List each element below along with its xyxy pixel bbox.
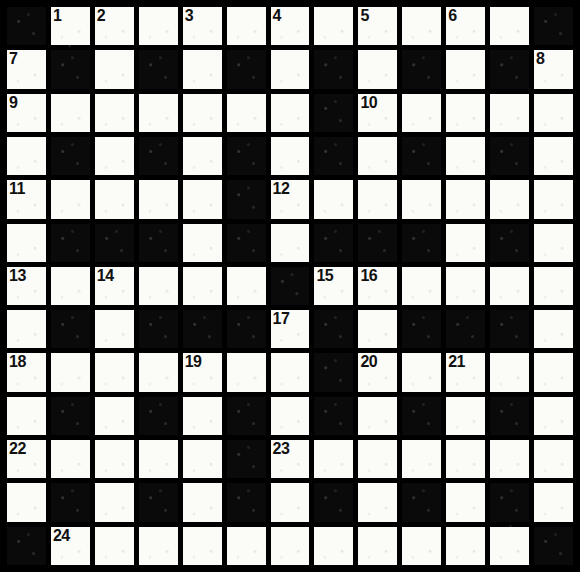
- clue-number-19: 19: [185, 353, 202, 371]
- black-cell-r2c7: [314, 94, 353, 132]
- white-cell-r6c0[interactable]: 13: [7, 267, 46, 305]
- white-cell-r9c4[interactable]: [183, 397, 222, 435]
- white-cell-r6c10[interactable]: [446, 267, 485, 305]
- clue-number-7: 7: [9, 50, 17, 68]
- black-cell-r5c11: [490, 224, 529, 262]
- black-cell-r9c5: [227, 397, 266, 435]
- clue-number-8: 8: [536, 50, 544, 68]
- white-cell-r6c5[interactable]: [227, 267, 266, 305]
- white-cell-r8c4[interactable]: 19: [183, 353, 222, 391]
- clue-number-17: 17: [273, 310, 290, 328]
- white-cell-r3c0[interactable]: [7, 137, 46, 175]
- clue-number-9: 9: [9, 94, 17, 112]
- white-cell-r1c4[interactable]: [183, 50, 222, 88]
- white-cell-r8c12[interactable]: [534, 353, 573, 391]
- crossword-board: 123456789101112131415161718192021222324: [0, 0, 580, 572]
- white-cell-r5c12[interactable]: [534, 224, 573, 262]
- clue-number-13: 13: [9, 267, 26, 285]
- white-cell-r7c12[interactable]: [534, 310, 573, 348]
- black-cell-r7c10: [446, 310, 485, 348]
- white-cell-r1c8[interactable]: [358, 50, 397, 88]
- white-cell-r4c7[interactable]: [314, 180, 353, 218]
- white-cell-r1c12[interactable]: 8: [534, 50, 573, 88]
- black-cell-r5c8: [358, 224, 397, 262]
- white-cell-r0c4[interactable]: 3: [183, 7, 222, 45]
- white-cell-r2c9[interactable]: [402, 94, 441, 132]
- white-cell-r0c8[interactable]: 5: [358, 7, 397, 45]
- white-cell-r12c10[interactable]: [446, 527, 485, 565]
- black-cell-r7c9: [402, 310, 441, 348]
- white-cell-r9c2[interactable]: [95, 397, 134, 435]
- white-cell-r6c11[interactable]: [490, 267, 529, 305]
- clue-number-22: 22: [9, 440, 26, 458]
- black-cell-r9c1: [51, 397, 90, 435]
- white-cell-r2c1[interactable]: [51, 94, 90, 132]
- clue-number-23: 23: [273, 440, 290, 458]
- white-cell-r0c6[interactable]: 4: [271, 7, 310, 45]
- black-cell-r9c9: [402, 397, 441, 435]
- white-cell-r4c11[interactable]: [490, 180, 529, 218]
- white-cell-r0c10[interactable]: 6: [446, 7, 485, 45]
- white-cell-r4c12[interactable]: [534, 180, 573, 218]
- white-cell-r9c6[interactable]: [271, 397, 310, 435]
- white-cell-r4c6[interactable]: 12: [271, 180, 310, 218]
- black-cell-r5c9: [402, 224, 441, 262]
- clue-number-5: 5: [360, 7, 368, 25]
- white-cell-r9c0[interactable]: [7, 397, 46, 435]
- black-cell-r3c11: [490, 137, 529, 175]
- white-cell-r0c2[interactable]: 2: [95, 7, 134, 45]
- clue-number-2: 2: [97, 7, 105, 25]
- white-cell-r2c10[interactable]: [446, 94, 485, 132]
- white-cell-r4c10[interactable]: [446, 180, 485, 218]
- white-cell-r10c1[interactable]: [51, 440, 90, 478]
- black-cell-r1c5: [227, 50, 266, 88]
- white-cell-r10c4[interactable]: [183, 440, 222, 478]
- white-cell-r2c12[interactable]: [534, 94, 573, 132]
- white-cell-r12c3[interactable]: [139, 527, 178, 565]
- black-cell-r5c7: [314, 224, 353, 262]
- white-cell-r6c3[interactable]: [139, 267, 178, 305]
- white-cell-r9c10[interactable]: [446, 397, 485, 435]
- white-cell-r1c6[interactable]: [271, 50, 310, 88]
- white-cell-r11c8[interactable]: [358, 483, 397, 521]
- white-cell-r11c10[interactable]: [446, 483, 485, 521]
- white-cell-r2c8[interactable]: 10: [358, 94, 397, 132]
- white-cell-r12c2[interactable]: [95, 527, 134, 565]
- black-cell-r9c3: [139, 397, 178, 435]
- white-cell-r10c8[interactable]: [358, 440, 397, 478]
- white-cell-r12c7[interactable]: [314, 527, 353, 565]
- clue-number-1: 1: [53, 7, 61, 25]
- white-cell-r5c6[interactable]: [271, 224, 310, 262]
- black-cell-r3c5: [227, 137, 266, 175]
- white-cell-r10c10[interactable]: [446, 440, 485, 478]
- black-cell-r1c1: [51, 50, 90, 88]
- black-cell-r7c1: [51, 310, 90, 348]
- clue-number-24: 24: [53, 527, 70, 545]
- white-cell-r7c0[interactable]: [7, 310, 46, 348]
- white-cell-r2c2[interactable]: [95, 94, 134, 132]
- clue-number-21: 21: [448, 353, 465, 371]
- black-cell-r5c3: [139, 224, 178, 262]
- white-cell-r8c2[interactable]: [95, 353, 134, 391]
- white-cell-r6c9[interactable]: [402, 267, 441, 305]
- white-cell-r5c10[interactable]: [446, 224, 485, 262]
- black-cell-r6c6: [271, 267, 310, 305]
- black-cell-r5c5: [227, 224, 266, 262]
- black-cell-r5c1: [51, 224, 90, 262]
- white-cell-r5c0[interactable]: [7, 224, 46, 262]
- black-cell-r10c5: [227, 440, 266, 478]
- black-cell-r11c3: [139, 483, 178, 521]
- white-cell-r12c1[interactable]: 24: [51, 527, 90, 565]
- black-cell-r1c11: [490, 50, 529, 88]
- white-cell-r0c9[interactable]: [402, 7, 441, 45]
- black-cell-r11c1: [51, 483, 90, 521]
- black-cell-r7c4: [183, 310, 222, 348]
- white-cell-r12c11[interactable]: [490, 527, 529, 565]
- clue-number-12: 12: [273, 180, 290, 198]
- black-cell-r11c7: [314, 483, 353, 521]
- black-cell-r3c1: [51, 137, 90, 175]
- white-cell-r10c0[interactable]: 22: [7, 440, 46, 478]
- white-cell-r2c11[interactable]: [490, 94, 529, 132]
- white-cell-r3c2[interactable]: [95, 137, 134, 175]
- white-cell-r4c4[interactable]: [183, 180, 222, 218]
- black-cell-r0c12: [534, 7, 573, 45]
- white-cell-r8c1[interactable]: [51, 353, 90, 391]
- white-cell-r1c0[interactable]: 7: [7, 50, 46, 88]
- black-cell-r8c7: [314, 353, 353, 391]
- white-cell-r10c9[interactable]: [402, 440, 441, 478]
- white-cell-r9c12[interactable]: [534, 397, 573, 435]
- white-cell-r4c0[interactable]: 11: [7, 180, 46, 218]
- black-cell-r7c3: [139, 310, 178, 348]
- black-cell-r12c12: [534, 527, 573, 565]
- white-cell-r2c0[interactable]: 9: [7, 94, 46, 132]
- white-cell-r12c9[interactable]: [402, 527, 441, 565]
- white-cell-r7c6[interactable]: 17: [271, 310, 310, 348]
- white-cell-r12c6[interactable]: [271, 527, 310, 565]
- white-cell-r11c2[interactable]: [95, 483, 134, 521]
- white-cell-r4c8[interactable]: [358, 180, 397, 218]
- black-cell-r7c11: [490, 310, 529, 348]
- white-cell-r1c10[interactable]: [446, 50, 485, 88]
- clue-number-3: 3: [185, 7, 193, 25]
- white-cell-r7c8[interactable]: [358, 310, 397, 348]
- black-cell-r5c2: [95, 224, 134, 262]
- white-cell-r4c3[interactable]: [139, 180, 178, 218]
- white-cell-r3c12[interactable]: [534, 137, 573, 175]
- white-cell-r10c2[interactable]: [95, 440, 134, 478]
- white-cell-r4c2[interactable]: [95, 180, 134, 218]
- white-cell-r4c9[interactable]: [402, 180, 441, 218]
- white-cell-r1c2[interactable]: [95, 50, 134, 88]
- white-cell-r0c5[interactable]: [227, 7, 266, 45]
- white-cell-r6c12[interactable]: [534, 267, 573, 305]
- white-cell-r2c4[interactable]: [183, 94, 222, 132]
- white-cell-r0c7[interactable]: [314, 7, 353, 45]
- white-cell-r0c1[interactable]: 1: [51, 7, 90, 45]
- white-cell-r8c5[interactable]: [227, 353, 266, 391]
- white-cell-r5c4[interactable]: [183, 224, 222, 262]
- white-cell-r8c10[interactable]: 21: [446, 353, 485, 391]
- black-cell-r4c5: [227, 180, 266, 218]
- white-cell-r12c5[interactable]: [227, 527, 266, 565]
- clue-number-15: 15: [316, 267, 333, 285]
- white-cell-r3c8[interactable]: [358, 137, 397, 175]
- white-cell-r12c4[interactable]: [183, 527, 222, 565]
- white-cell-r12c8[interactable]: [358, 527, 397, 565]
- black-cell-r12c0: [7, 527, 46, 565]
- white-cell-r8c3[interactable]: [139, 353, 178, 391]
- white-cell-r11c0[interactable]: [7, 483, 46, 521]
- clue-number-16: 16: [360, 267, 377, 285]
- clue-number-6: 6: [448, 7, 456, 25]
- white-cell-r6c2[interactable]: 14: [95, 267, 134, 305]
- white-cell-r6c1[interactable]: [51, 267, 90, 305]
- white-cell-r11c12[interactable]: [534, 483, 573, 521]
- white-cell-r2c3[interactable]: [139, 94, 178, 132]
- white-cell-r10c12[interactable]: [534, 440, 573, 478]
- black-cell-r7c5: [227, 310, 266, 348]
- black-cell-r11c11: [490, 483, 529, 521]
- white-cell-r7c2[interactable]: [95, 310, 134, 348]
- white-cell-r6c4[interactable]: [183, 267, 222, 305]
- black-cell-r1c9: [402, 50, 441, 88]
- white-cell-r10c6[interactable]: 23: [271, 440, 310, 478]
- white-cell-r11c4[interactable]: [183, 483, 222, 521]
- white-cell-r8c8[interactable]: 20: [358, 353, 397, 391]
- white-cell-r3c10[interactable]: [446, 137, 485, 175]
- clue-number-11: 11: [9, 180, 25, 198]
- black-cell-r9c11: [490, 397, 529, 435]
- white-cell-r0c3[interactable]: [139, 7, 178, 45]
- white-cell-r4c1[interactable]: [51, 180, 90, 218]
- white-cell-r9c8[interactable]: [358, 397, 397, 435]
- black-cell-r1c3: [139, 50, 178, 88]
- white-cell-r10c7[interactable]: [314, 440, 353, 478]
- white-cell-r0c11[interactable]: [490, 7, 529, 45]
- white-cell-r2c6[interactable]: [271, 94, 310, 132]
- white-cell-r8c11[interactable]: [490, 353, 529, 391]
- black-cell-r3c3: [139, 137, 178, 175]
- clue-number-4: 4: [273, 7, 281, 25]
- white-cell-r10c3[interactable]: [139, 440, 178, 478]
- white-cell-r8c6[interactable]: [271, 353, 310, 391]
- white-cell-r10c11[interactable]: [490, 440, 529, 478]
- clue-number-14: 14: [97, 267, 114, 285]
- white-cell-r11c6[interactable]: [271, 483, 310, 521]
- white-cell-r3c6[interactable]: [271, 137, 310, 175]
- white-cell-r2c5[interactable]: [227, 94, 266, 132]
- black-cell-r3c7: [314, 137, 353, 175]
- black-cell-r11c9: [402, 483, 441, 521]
- clue-number-10: 10: [360, 94, 377, 112]
- white-cell-r3c4[interactable]: [183, 137, 222, 175]
- black-cell-r0c0: [7, 7, 46, 45]
- black-cell-r9c7: [314, 397, 353, 435]
- white-cell-r8c0[interactable]: 18: [7, 353, 46, 391]
- black-cell-r7c7: [314, 310, 353, 348]
- white-cell-r6c8[interactable]: 16: [358, 267, 397, 305]
- black-cell-r1c7: [314, 50, 353, 88]
- clue-number-20: 20: [360, 353, 377, 371]
- clue-number-18: 18: [9, 353, 26, 371]
- black-cell-r3c9: [402, 137, 441, 175]
- white-cell-r8c9[interactable]: [402, 353, 441, 391]
- black-cell-r11c5: [227, 483, 266, 521]
- white-cell-r6c7[interactable]: 15: [314, 267, 353, 305]
